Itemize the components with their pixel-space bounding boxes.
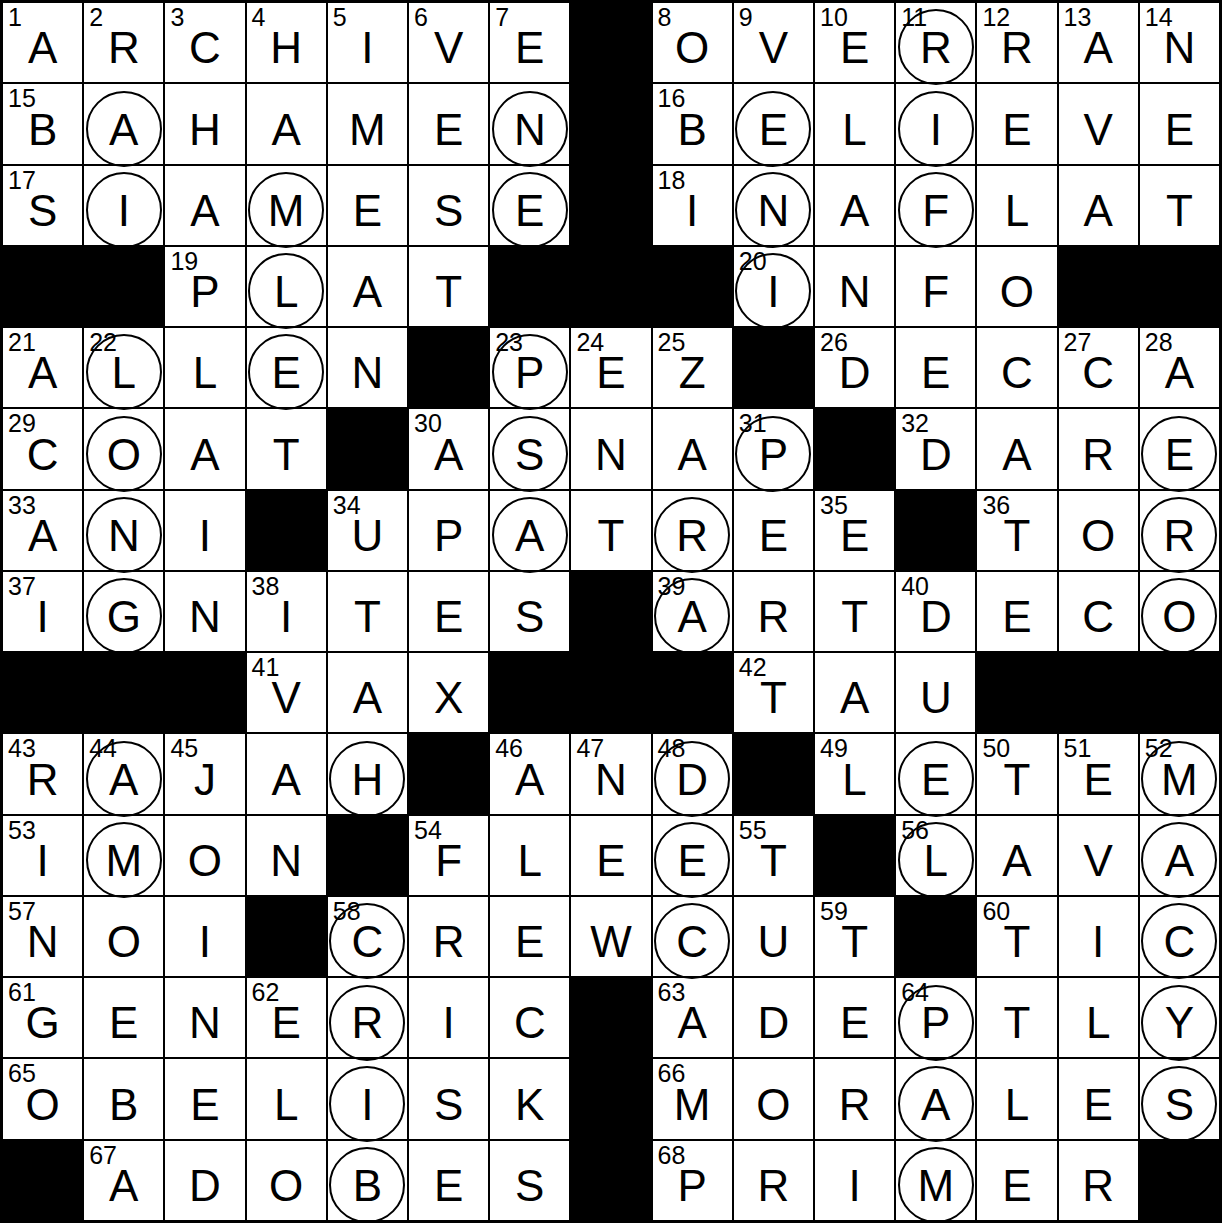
cell-r2c4[interactable]: A [247, 84, 326, 163]
cell-r10c3[interactable]: 45J [165, 734, 244, 813]
cell-r14c7[interactable]: K [490, 1059, 569, 1138]
cell-r3c5[interactable]: E [328, 166, 407, 245]
block-cell-r9c8 [571, 653, 650, 732]
clue-number: 4 [252, 5, 266, 30]
cell-r13c1[interactable]: 61G [3, 978, 82, 1057]
cell-letter: A [272, 108, 301, 152]
cell-letter: C [352, 920, 384, 964]
block-cell-r4c1 [3, 247, 82, 326]
cell-r13c6[interactable]: I [409, 978, 488, 1057]
cell-r11c9[interactable]: E [653, 816, 732, 895]
cell-r11c4[interactable]: N [247, 816, 326, 895]
cell-letter: A [1084, 189, 1113, 233]
cell-r6c10[interactable]: 31P [734, 409, 813, 488]
cell-letter: A [109, 1164, 138, 1208]
cell-r15c12[interactable]: M [896, 1141, 975, 1220]
cell-r7c11[interactable]: 35E [815, 491, 894, 570]
cell-letter: E [759, 108, 788, 152]
cell-letter: R [1164, 514, 1196, 558]
cell-r5c14[interactable]: 27C [1059, 328, 1138, 407]
cell-r6c2[interactable]: O [84, 409, 163, 488]
cell-r12c7[interactable]: E [490, 897, 569, 976]
cell-r15c11[interactable]: I [815, 1141, 894, 1220]
cell-letter: B [109, 1083, 138, 1127]
cell-r4c12[interactable]: F [896, 247, 975, 326]
cell-r8c3[interactable]: N [165, 572, 244, 651]
cell-r5c4[interactable]: E [247, 328, 326, 407]
cell-letter: T [435, 270, 462, 314]
block-cell-r8c8 [571, 572, 650, 651]
cell-letter: A [678, 1001, 707, 1045]
cell-r2c1[interactable]: 15B [3, 84, 82, 163]
cell-letter: Y [1165, 1001, 1194, 1045]
cell-r4c11[interactable]: N [815, 247, 894, 326]
cell-r2c14[interactable]: V [1059, 84, 1138, 163]
cell-letter: C [27, 433, 59, 477]
cell-r4c4[interactable]: L [247, 247, 326, 326]
cell-r7c6[interactable]: P [409, 491, 488, 570]
cell-r15c14[interactable]: R [1059, 1141, 1138, 1220]
cell-r8c11[interactable]: T [815, 572, 894, 651]
cell-letter: R [1001, 26, 1033, 70]
cell-r3c11[interactable]: A [815, 166, 894, 245]
cell-r10c15[interactable]: 52M [1140, 734, 1219, 813]
block-cell-r9c15 [1140, 653, 1219, 732]
cell-r9c12[interactable]: U [896, 653, 975, 732]
cell-r5c8[interactable]: 24E [571, 328, 650, 407]
cell-r1c12[interactable]: 11R [896, 3, 975, 82]
cell-letter: R [920, 26, 952, 70]
cell-r6c15[interactable]: E [1140, 409, 1219, 488]
cell-r1c11[interactable]: 10E [815, 3, 894, 82]
cell-r2c2[interactable]: A [84, 84, 163, 163]
cell-letter: V [1084, 108, 1113, 152]
cell-letter: I [36, 839, 48, 883]
cell-r3c7[interactable]: E [490, 166, 569, 245]
cell-r4c3[interactable]: 19P [165, 247, 244, 326]
cell-letter: S [28, 189, 57, 233]
cell-r14c4[interactable]: L [247, 1059, 326, 1138]
cell-r11c12[interactable]: 56L [896, 816, 975, 895]
cell-r6c6[interactable]: 30A [409, 409, 488, 488]
cell-letter: T [1166, 189, 1193, 233]
cell-r12c14[interactable]: I [1059, 897, 1138, 976]
cell-r7c13[interactable]: 36T [977, 491, 1056, 570]
cell-r8c10[interactable]: R [734, 572, 813, 651]
cell-r2c12[interactable]: I [896, 84, 975, 163]
cell-letter: I [442, 1001, 454, 1045]
cell-letter: S [515, 433, 544, 477]
cell-r10c11[interactable]: 49L [815, 734, 894, 813]
cell-r10c13[interactable]: 50T [977, 734, 1056, 813]
cell-r14c14[interactable]: E [1059, 1059, 1138, 1138]
cell-r15c9[interactable]: 68P [653, 1141, 732, 1220]
cell-r6c3[interactable]: A [165, 409, 244, 488]
cell-r13c2[interactable]: E [84, 978, 163, 1057]
cell-letter: M [349, 108, 386, 152]
cell-r5c9[interactable]: 25Z [653, 328, 732, 407]
cell-r12c10[interactable]: U [734, 897, 813, 976]
cell-r10c5[interactable]: H [328, 734, 407, 813]
cell-r12c9[interactable]: C [653, 897, 732, 976]
cell-r3c3[interactable]: A [165, 166, 244, 245]
cell-letter: L [274, 1083, 298, 1127]
cell-letter: L [924, 839, 948, 883]
clue-number: 18 [658, 168, 686, 193]
cell-r15c6[interactable]: E [409, 1141, 488, 1220]
cell-r13c13[interactable]: T [977, 978, 1056, 1057]
cell-r1c5[interactable]: 5I [328, 3, 407, 82]
cell-letter: I [36, 595, 48, 639]
cell-r4c5[interactable]: A [328, 247, 407, 326]
cell-r6c14[interactable]: R [1059, 409, 1138, 488]
cell-r9c10[interactable]: 42T [734, 653, 813, 732]
cell-r14c5[interactable]: I [328, 1059, 407, 1138]
cell-r8c2[interactable]: G [84, 572, 163, 651]
cell-r4c13[interactable]: O [977, 247, 1056, 326]
cell-r14c11[interactable]: R [815, 1059, 894, 1138]
cell-r6c7[interactable]: S [490, 409, 569, 488]
cell-r3c12[interactable]: F [896, 166, 975, 245]
cell-letter: N [514, 108, 546, 152]
cell-r5c7[interactable]: 23P [490, 328, 569, 407]
cell-letter: L [112, 351, 136, 395]
cell-r3c14[interactable]: A [1059, 166, 1138, 245]
cell-letter: R [27, 758, 59, 802]
cell-letter: X [434, 676, 463, 720]
cell-letter: D [758, 1001, 790, 1045]
cell-r4c6[interactable]: T [409, 247, 488, 326]
cell-r10c2[interactable]: 44A [84, 734, 163, 813]
cell-r6c13[interactable]: A [977, 409, 1056, 488]
cell-r10c8[interactable]: 47N [571, 734, 650, 813]
cell-letter: F [922, 189, 949, 233]
cell-r14c2[interactable]: B [84, 1059, 163, 1138]
cell-letter: M [674, 1083, 711, 1127]
cell-r7c3[interactable]: I [165, 491, 244, 570]
cell-r5c15[interactable]: 28A [1140, 328, 1219, 407]
cell-r6c9[interactable]: A [653, 409, 732, 488]
cell-r6c8[interactable]: N [571, 409, 650, 488]
cell-r8c5[interactable]: T [328, 572, 407, 651]
cell-letter: O [675, 26, 709, 70]
cell-r5c5[interactable]: N [328, 328, 407, 407]
cell-r15c3[interactable]: D [165, 1141, 244, 1220]
cell-letter: A [678, 595, 707, 639]
cell-letter: E [1084, 758, 1113, 802]
cell-r6c4[interactable]: T [247, 409, 326, 488]
cell-r3c1[interactable]: 17S [3, 166, 82, 245]
cell-letter: M [268, 189, 305, 233]
cell-letter: A [190, 189, 219, 233]
cell-letter: C [1164, 920, 1196, 964]
cell-letter: M [917, 1164, 954, 1208]
cell-r11c14[interactable]: V [1059, 816, 1138, 895]
cell-r2c9[interactable]: 16B [653, 84, 732, 163]
cell-r2c15[interactable]: E [1140, 84, 1219, 163]
cell-r13c9[interactable]: 63A [653, 978, 732, 1057]
block-cell-r14c8 [571, 1059, 650, 1138]
cell-r9c11[interactable]: A [815, 653, 894, 732]
cell-r7c2[interactable]: N [84, 491, 163, 570]
cell-letter: T [841, 920, 868, 964]
cell-letter: E [1002, 595, 1031, 639]
cell-r5c13[interactable]: C [977, 328, 1056, 407]
cell-r8c9[interactable]: 39A [653, 572, 732, 651]
cell-letter: S [515, 1164, 544, 1208]
cell-letter: I [280, 595, 292, 639]
cell-letter: O [107, 920, 141, 964]
cell-r11c3[interactable]: O [165, 816, 244, 895]
cell-r14c6[interactable]: S [409, 1059, 488, 1138]
cell-r10c9[interactable]: 48D [653, 734, 732, 813]
cell-letter: E [840, 26, 869, 70]
cell-r1c1[interactable]: 1A [3, 3, 82, 82]
cell-r6c12[interactable]: 32D [896, 409, 975, 488]
cell-r3c10[interactable]: N [734, 166, 813, 245]
cell-r1c6[interactable]: 6V [409, 3, 488, 82]
cell-letter: E [109, 1001, 138, 1045]
cell-letter: U [920, 676, 952, 720]
cell-letter: I [930, 108, 942, 152]
cell-letter: E [434, 108, 463, 152]
cell-r9c4[interactable]: 41V [247, 653, 326, 732]
cell-letter: T [760, 839, 787, 883]
cell-r12c6[interactable]: R [409, 897, 488, 976]
cell-r5c2[interactable]: 22L [84, 328, 163, 407]
cell-r13c7[interactable]: C [490, 978, 569, 1057]
clue-number: 5 [333, 5, 347, 30]
cell-letter: I [361, 26, 373, 70]
cell-r13c15[interactable]: Y [1140, 978, 1219, 1057]
block-cell-r12c4 [247, 897, 326, 976]
cell-r12c3[interactable]: I [165, 897, 244, 976]
cell-letter: V [434, 26, 463, 70]
cell-r11c8[interactable]: E [571, 816, 650, 895]
cell-letter: C [1001, 351, 1033, 395]
block-cell-r9c2 [84, 653, 163, 732]
cell-letter: B [28, 108, 57, 152]
block-cell-r13c8 [571, 978, 650, 1057]
cell-r8c15[interactable]: O [1140, 572, 1219, 651]
cell-r8c14[interactable]: C [1059, 572, 1138, 651]
cell-letter: O [1000, 270, 1034, 314]
cell-letter: A [272, 758, 301, 802]
cell-r14c3[interactable]: E [165, 1059, 244, 1138]
cell-r11c15[interactable]: A [1140, 816, 1219, 895]
cell-r13c14[interactable]: L [1059, 978, 1138, 1057]
cell-r8c4[interactable]: 38I [247, 572, 326, 651]
cell-r8c13[interactable]: E [977, 572, 1056, 651]
cell-r14c15[interactable]: S [1140, 1059, 1219, 1138]
cell-r11c13[interactable]: A [977, 816, 1056, 895]
cell-r11c2[interactable]: M [84, 816, 163, 895]
cell-letter: G [25, 1001, 59, 1045]
cell-letter: N [595, 758, 627, 802]
cell-r5c11[interactable]: 26D [815, 328, 894, 407]
cell-letter: I [686, 189, 698, 233]
cell-r5c1[interactable]: 21A [3, 328, 82, 407]
cell-letter: I [1092, 920, 1104, 964]
cell-letter: D [189, 1164, 221, 1208]
cell-letter: P [678, 1164, 707, 1208]
cell-letter: T [1004, 514, 1031, 558]
cell-r3c13[interactable]: L [977, 166, 1056, 245]
cell-r3c6[interactable]: S [409, 166, 488, 245]
cell-r12c15[interactable]: C [1140, 897, 1219, 976]
cell-r3c2[interactable]: I [84, 166, 163, 245]
cell-letter: S [434, 1083, 463, 1127]
cell-r5c3[interactable]: L [165, 328, 244, 407]
cell-r2c3[interactable]: H [165, 84, 244, 163]
cell-letter: R [839, 1083, 871, 1127]
cell-r11c1[interactable]: 53I [3, 816, 82, 895]
cell-r3c9[interactable]: 18I [653, 166, 732, 245]
cell-letter: T [1004, 1001, 1031, 1045]
cell-letter: T [1004, 920, 1031, 964]
block-cell-r4c2 [84, 247, 163, 326]
cell-r11c6[interactable]: 54F [409, 816, 488, 895]
cell-letter: O [188, 839, 222, 883]
cell-letter: E [434, 1164, 463, 1208]
cell-letter: I [118, 189, 130, 233]
cell-r5c12[interactable]: E [896, 328, 975, 407]
cell-r7c1[interactable]: 33A [3, 491, 82, 570]
cell-letter: N [27, 920, 59, 964]
cell-r15c10[interactable]: R [734, 1141, 813, 1220]
cell-letter: N [352, 351, 384, 395]
cell-letter: O [269, 1164, 303, 1208]
cell-r15c2[interactable]: 67A [84, 1141, 163, 1220]
cell-r10c1[interactable]: 43R [3, 734, 82, 813]
cell-r11c10[interactable]: 55T [734, 816, 813, 895]
cell-r8c12[interactable]: 40D [896, 572, 975, 651]
cell-r6c1[interactable]: 29C [3, 409, 82, 488]
block-cell-r11c5 [328, 816, 407, 895]
cell-r7c8[interactable]: T [571, 491, 650, 570]
cell-letter: S [434, 189, 463, 233]
cell-r13c12[interactable]: 64P [896, 978, 975, 1057]
cell-r2c5[interactable]: M [328, 84, 407, 163]
cell-r8c1[interactable]: 37I [3, 572, 82, 651]
cell-r10c4[interactable]: A [247, 734, 326, 813]
cell-r7c10[interactable]: E [734, 491, 813, 570]
cell-r13c11[interactable]: E [815, 978, 894, 1057]
cell-letter: I [199, 514, 211, 558]
cell-letter: R [758, 1164, 790, 1208]
cell-r14c12[interactable]: A [896, 1059, 975, 1138]
cell-r15c7[interactable]: S [490, 1141, 569, 1220]
cell-r1c10[interactable]: 9V [734, 3, 813, 82]
cell-letter: E [1165, 433, 1194, 477]
cell-r2c7[interactable]: N [490, 84, 569, 163]
cell-letter: I [361, 1083, 373, 1127]
cell-r13c5[interactable]: R [328, 978, 407, 1057]
cell-letter: R [352, 1001, 384, 1045]
cell-r12c13[interactable]: 60T [977, 897, 1056, 976]
cell-letter: E [515, 26, 544, 70]
cell-r8c6[interactable]: E [409, 572, 488, 651]
cell-r15c4[interactable]: O [247, 1141, 326, 1220]
cell-r13c4[interactable]: 62E [247, 978, 326, 1057]
cell-letter: E [1165, 108, 1194, 152]
cell-r15c13[interactable]: E [977, 1141, 1056, 1220]
cell-r8c7[interactable]: S [490, 572, 569, 651]
cell-letter: R [1082, 1164, 1114, 1208]
cell-r1c7[interactable]: 7E [490, 3, 569, 82]
cell-r14c13[interactable]: L [977, 1059, 1056, 1138]
cell-r1c3[interactable]: 3C [165, 3, 244, 82]
cell-letter: M [1161, 758, 1198, 802]
cell-letter: E [1002, 1164, 1031, 1208]
cell-r2c11[interactable]: L [815, 84, 894, 163]
cell-r14c1[interactable]: 65O [3, 1059, 82, 1138]
cell-letter: S [515, 595, 544, 639]
cell-r12c5[interactable]: 58C [328, 897, 407, 976]
cell-letter: R [433, 920, 465, 964]
cell-letter: D [920, 433, 952, 477]
cell-r9c5[interactable]: A [328, 653, 407, 732]
cell-r7c15[interactable]: R [1140, 491, 1219, 570]
cell-letter: L [842, 108, 866, 152]
cell-r10c14[interactable]: 51E [1059, 734, 1138, 813]
cell-letter: A [1084, 26, 1113, 70]
cell-letter: L [1005, 1083, 1029, 1127]
cell-r3c15[interactable]: T [1140, 166, 1219, 245]
cell-r14c9[interactable]: 66M [653, 1059, 732, 1138]
cell-r1c4[interactable]: 4H [247, 3, 326, 82]
block-cell-r11c11 [815, 816, 894, 895]
cell-r14c10[interactable]: O [734, 1059, 813, 1138]
cell-r1c14[interactable]: 13A [1059, 3, 1138, 82]
cell-r1c9[interactable]: 8O [653, 3, 732, 82]
cell-letter: K [515, 1083, 544, 1127]
cell-r12c11[interactable]: 59T [815, 897, 894, 976]
cell-r7c9[interactable]: R [653, 491, 732, 570]
cell-r12c2[interactable]: O [84, 897, 163, 976]
cell-letter: R [676, 514, 708, 558]
cell-r2c13[interactable]: E [977, 84, 1056, 163]
cell-r4c10[interactable]: 20I [734, 247, 813, 326]
cell-r7c7[interactable]: A [490, 491, 569, 570]
cell-r12c8[interactable]: W [571, 897, 650, 976]
cell-r7c14[interactable]: O [1059, 491, 1138, 570]
cell-letter: P [190, 270, 219, 314]
cell-r9c6[interactable]: X [409, 653, 488, 732]
cell-r13c10[interactable]: D [734, 978, 813, 1057]
cell-letter: E [515, 920, 544, 964]
cell-letter: E [840, 514, 869, 558]
cell-letter: L [274, 270, 298, 314]
cell-r10c7[interactable]: 46A [490, 734, 569, 813]
cell-r12c1[interactable]: 57N [3, 897, 82, 976]
cell-r3c4[interactable]: M [247, 166, 326, 245]
cell-r13c3[interactable]: N [165, 978, 244, 1057]
cell-r11c7[interactable]: L [490, 816, 569, 895]
cell-r15c5[interactable]: B [328, 1141, 407, 1220]
cell-r1c13[interactable]: 12R [977, 3, 1056, 82]
cell-r7c5[interactable]: 34U [328, 491, 407, 570]
cell-r1c2[interactable]: 2R [84, 3, 163, 82]
cell-letter: J [194, 758, 216, 802]
cell-r2c6[interactable]: E [409, 84, 488, 163]
cell-r2c10[interactable]: E [734, 84, 813, 163]
cell-r10c12[interactable]: E [896, 734, 975, 813]
cell-letter: H [270, 26, 302, 70]
cell-r1c15[interactable]: 14N [1140, 3, 1219, 82]
cell-letter: D [676, 758, 708, 802]
cell-letter: C [1082, 351, 1114, 395]
